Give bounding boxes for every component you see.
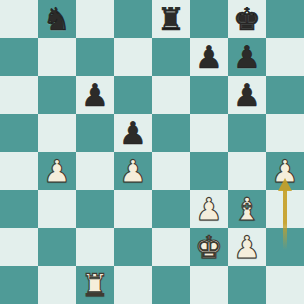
square-h1[interactable] (266, 266, 304, 304)
square-a6[interactable] (0, 76, 38, 114)
square-a5[interactable] (0, 114, 38, 152)
square-c5[interactable] (76, 114, 114, 152)
black-pawn-g7[interactable]: ♟ (233, 42, 261, 73)
white-pawn-d4[interactable]: ♟ (119, 156, 147, 187)
white-bishop-g3[interactable]: ♝ (233, 194, 261, 225)
square-c7[interactable] (76, 38, 114, 76)
square-d4[interactable]: ♟ (114, 152, 152, 190)
square-c6[interactable]: ♟ (76, 76, 114, 114)
square-h5[interactable] (266, 114, 304, 152)
square-e4[interactable] (152, 152, 190, 190)
square-d3[interactable] (114, 190, 152, 228)
square-e6[interactable] (152, 76, 190, 114)
square-f2[interactable]: ♚ (190, 228, 228, 266)
square-a7[interactable] (0, 38, 38, 76)
square-c3[interactable] (76, 190, 114, 228)
square-f8[interactable] (190, 0, 228, 38)
square-b8[interactable]: ♞ (38, 0, 76, 38)
white-rook-c1[interactable]: ♜ (81, 270, 109, 301)
white-king-f2[interactable]: ♚ (195, 232, 223, 263)
square-g8[interactable]: ♚ (228, 0, 266, 38)
square-h7[interactable] (266, 38, 304, 76)
square-e2[interactable] (152, 228, 190, 266)
square-d8[interactable] (114, 0, 152, 38)
square-c2[interactable] (76, 228, 114, 266)
square-f1[interactable] (190, 266, 228, 304)
square-g3[interactable]: ♝ (228, 190, 266, 228)
square-e1[interactable] (152, 266, 190, 304)
square-d2[interactable] (114, 228, 152, 266)
square-d5[interactable]: ♟ (114, 114, 152, 152)
square-g5[interactable] (228, 114, 266, 152)
square-h2[interactable] (266, 228, 304, 266)
square-g7[interactable]: ♟ (228, 38, 266, 76)
square-h4[interactable]: ♟ (266, 152, 304, 190)
square-b2[interactable] (38, 228, 76, 266)
square-a2[interactable] (0, 228, 38, 266)
square-d1[interactable] (114, 266, 152, 304)
square-f4[interactable] (190, 152, 228, 190)
square-c8[interactable] (76, 0, 114, 38)
square-g2[interactable]: ♟ (228, 228, 266, 266)
white-pawn-g2[interactable]: ♟ (233, 232, 261, 263)
black-pawn-g6[interactable]: ♟ (233, 80, 261, 111)
white-pawn-h4[interactable]: ♟ (271, 156, 299, 187)
black-pawn-d5[interactable]: ♟ (119, 118, 147, 149)
square-e8[interactable]: ♜ (152, 0, 190, 38)
white-pawn-f3[interactable]: ♟ (195, 194, 223, 225)
square-b6[interactable] (38, 76, 76, 114)
square-b4[interactable]: ♟ (38, 152, 76, 190)
square-f3[interactable]: ♟ (190, 190, 228, 228)
black-pawn-c6[interactable]: ♟ (81, 80, 109, 111)
square-e7[interactable] (152, 38, 190, 76)
square-f5[interactable] (190, 114, 228, 152)
square-f6[interactable] (190, 76, 228, 114)
square-g1[interactable] (228, 266, 266, 304)
white-pawn-b4[interactable]: ♟ (43, 156, 71, 187)
square-e5[interactable] (152, 114, 190, 152)
black-pawn-f7[interactable]: ♟ (195, 42, 223, 73)
square-h3[interactable] (266, 190, 304, 228)
square-a1[interactable] (0, 266, 38, 304)
square-g6[interactable]: ♟ (228, 76, 266, 114)
square-b3[interactable] (38, 190, 76, 228)
square-f7[interactable]: ♟ (190, 38, 228, 76)
square-b5[interactable] (38, 114, 76, 152)
square-c1[interactable]: ♜ (76, 266, 114, 304)
black-rook-e8[interactable]: ♜ (157, 4, 185, 35)
square-h6[interactable] (266, 76, 304, 114)
chess-board: ♞♜♚♟♟♟♟♟♟♟♟♟♝♚♟♜ (0, 0, 304, 304)
square-h8[interactable] (266, 0, 304, 38)
square-d6[interactable] (114, 76, 152, 114)
square-g4[interactable] (228, 152, 266, 190)
square-c4[interactable] (76, 152, 114, 190)
square-a8[interactable] (0, 0, 38, 38)
square-b1[interactable] (38, 266, 76, 304)
square-b7[interactable] (38, 38, 76, 76)
black-king-g8[interactable]: ♚ (233, 4, 261, 35)
square-e3[interactable] (152, 190, 190, 228)
square-a4[interactable] (0, 152, 38, 190)
black-knight-b8[interactable]: ♞ (43, 4, 71, 35)
square-a3[interactable] (0, 190, 38, 228)
square-d7[interactable] (114, 38, 152, 76)
